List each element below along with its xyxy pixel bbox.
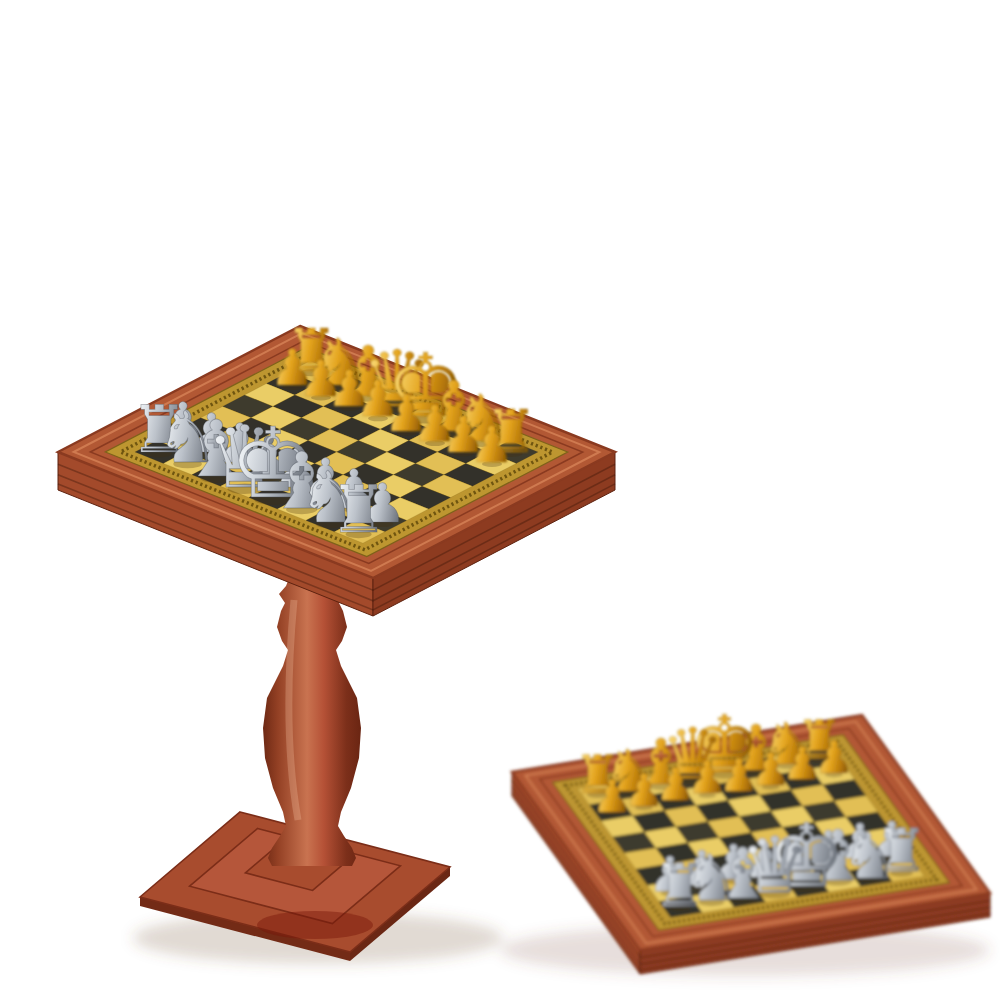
piece-floor-board-white-silver-rook: ♜ bbox=[653, 851, 706, 920]
miniature-chess-scene: ♜♞♟♝♟♛♟♚♟♝♟♞♟♟♜♟♟♜♟♟♞♟♝♟♛♟♚♟♝♟♞♜♜♞♝♚♟♛♟♝… bbox=[0, 0, 1000, 1000]
piece-table-board-white-silver-rook: ♜ bbox=[329, 472, 387, 547]
chess-table: ♜♞♟♝♟♛♟♚♟♝♟♞♟♟♜♟♟♜♟♟♞♟♝♟♛♟♚♟♝♟♞♜ bbox=[58, 316, 615, 961]
pedestal bbox=[140, 552, 450, 961]
piece-floor-board-black-gold-pawn: ♟ bbox=[592, 770, 632, 823]
piece-table-board-black-gold-pawn: ♟ bbox=[470, 416, 515, 474]
table-board: ♜♞♟♝♟♛♟♚♟♝♟♞♟♟♜♟♟♜♟♟♞♟♝♟♛♟♚♟♝♟♞♜ bbox=[58, 316, 615, 616]
product-photo: ♜♞♟♝♟♛♟♚♟♝♟♞♟♟♜♟♟♜♟♟♞♟♝♟♛♟♚♟♝♟♞♜♜♞♝♚♟♛♟♝… bbox=[0, 0, 1000, 1000]
